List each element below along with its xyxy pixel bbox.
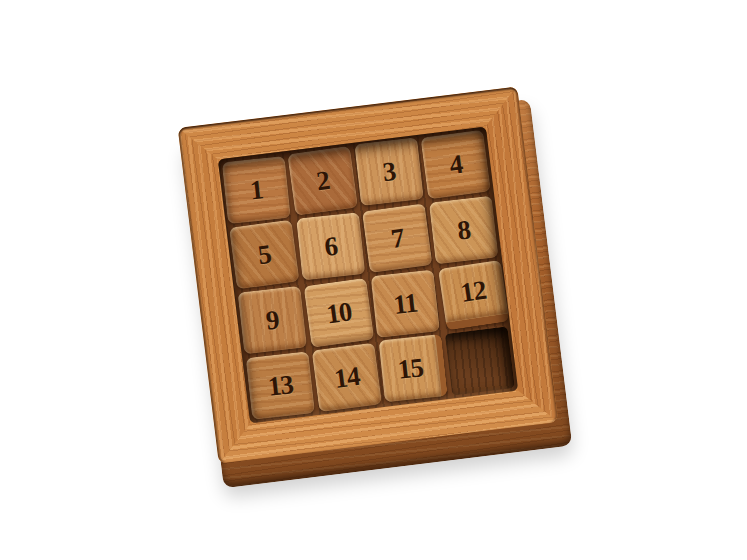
tile-12-number: 12: [459, 276, 488, 306]
tile-11-number: 11: [392, 289, 418, 318]
tile-4[interactable]: 4: [420, 130, 491, 200]
tile-10-number: 10: [325, 298, 353, 328]
tile-8-number: 8: [456, 216, 472, 244]
photo-background: 123456789101112131415: [0, 0, 747, 560]
tile-7-number: 7: [389, 224, 405, 252]
tile-10[interactable]: 10: [304, 278, 375, 348]
tile-2[interactable]: 2: [287, 146, 358, 216]
tile-1-number: 1: [249, 176, 264, 204]
tile-3-number: 3: [381, 158, 396, 186]
tile-14[interactable]: 14: [312, 343, 382, 413]
board-top-surface: 123456789101112131415: [178, 86, 559, 463]
tile-1[interactable]: 1: [222, 156, 291, 224]
tile-13-number: 13: [266, 371, 294, 401]
tile-9-number: 9: [265, 306, 280, 334]
tile-3[interactable]: 3: [354, 137, 424, 206]
tile-6[interactable]: 6: [296, 212, 365, 280]
tile-7[interactable]: 7: [362, 203, 433, 273]
tile-12[interactable]: 12: [438, 260, 509, 331]
tile-8[interactable]: 8: [429, 196, 499, 265]
tile-2-number: 2: [315, 167, 331, 195]
tile-grid: 123456789101112131415: [221, 130, 515, 420]
tile-14-number: 14: [333, 362, 361, 392]
tile-13[interactable]: 13: [246, 351, 315, 420]
tile-5[interactable]: 5: [229, 220, 300, 290]
puzzle-board: 123456789101112131415: [178, 86, 559, 463]
tile-15[interactable]: 15: [379, 334, 448, 402]
tile-6-number: 6: [323, 232, 338, 260]
empty-cell: [445, 326, 515, 395]
tile-5-number: 5: [256, 240, 272, 268]
tile-11[interactable]: 11: [371, 269, 440, 337]
tile-4-number: 4: [448, 150, 464, 178]
tile-9[interactable]: 9: [237, 286, 307, 355]
tile-15-number: 15: [396, 354, 424, 384]
